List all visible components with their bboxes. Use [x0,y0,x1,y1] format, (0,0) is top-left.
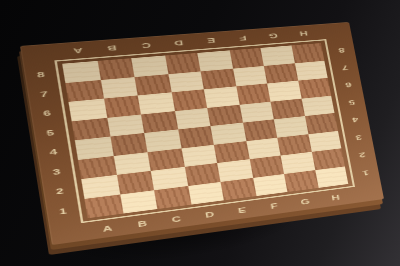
rank-label-left-2: 2 [55,188,64,196]
file-label-top-e: E [207,36,216,43]
rank-label-left-1: 1 [59,207,68,215]
rank-label-right-cell: 1 [351,162,380,183]
file-label-bottom-b: B [137,220,148,228]
rank-label-left-cell: 7 [26,83,61,105]
rank-label-right-cell: 8 [327,41,356,60]
file-label-top-c: C [141,41,151,49]
file-label-bottom-g: G [300,198,310,206]
rank-label-right-8: 8 [338,47,345,54]
rank-label-right-3: 3 [355,134,362,141]
file-label-bottom-a: A [102,224,113,233]
file-label-top-b: B [107,44,117,52]
rank-label-right-7: 7 [341,64,348,71]
file-label-bottom-f: F [270,202,278,210]
rank-label-left-cell: 6 [30,103,65,125]
rank-label-right-1: 1 [362,169,369,176]
rank-label-left-cell: 4 [36,141,71,164]
rank-label-right-2: 2 [358,151,365,158]
rank-label-right-5: 5 [348,99,355,106]
rank-label-right-cell: 4 [341,110,370,130]
rank-label-left-6: 6 [43,110,52,118]
file-label-bottom-c: C [171,215,181,223]
rank-label-right-cell: 3 [344,127,373,148]
rank-label-right-cell: 6 [334,75,363,95]
rank-label-left-7: 7 [40,90,49,98]
file-label-top-a: A [72,46,83,54]
rank-label-right-cell: 7 [330,58,359,78]
rank-label-left-cell: 5 [33,122,68,145]
rank-label-left-cell: 8 [23,64,58,86]
photo-background: ABCDEFGH ABCDEFGH 87654321 87654321 [0,0,400,266]
rank-label-left-cell: 3 [39,160,74,183]
rank-label-left-5: 5 [46,129,55,137]
file-label-bottom-d: D [205,211,215,219]
rank-label-right-cell: 2 [347,145,376,166]
rank-label-left-8: 8 [36,71,45,79]
file-label-bottom-h: H [331,194,340,202]
rank-label-right-cell: 5 [337,92,366,112]
file-label-top-g: G [269,32,279,39]
rank-label-left-4: 4 [49,148,58,156]
file-label-top-d: D [174,39,184,46]
file-label-top-f: F [239,34,247,41]
file-label-bottom-e: E [238,206,247,214]
rank-label-left-cell: 2 [42,180,77,204]
rank-label-left-cell: 1 [45,200,80,224]
rank-label-left-3: 3 [52,168,61,176]
rank-label-right-6: 6 [345,81,352,88]
file-label-top-h: H [299,30,308,37]
rank-label-right-4: 4 [352,116,359,123]
